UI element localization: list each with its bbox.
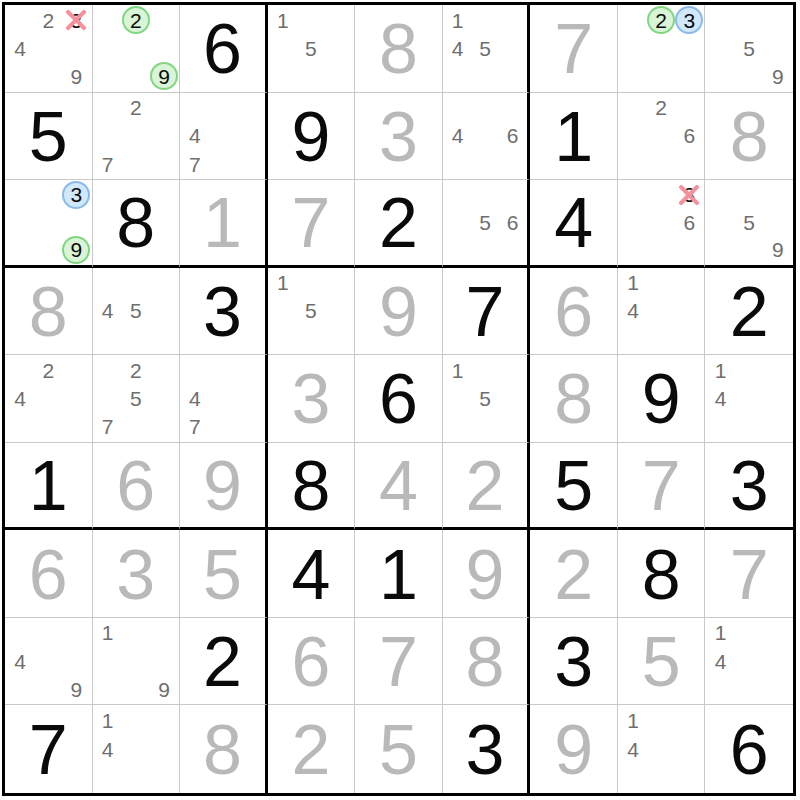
cell-r7c5[interactable]: 1 [355,530,443,618]
cell-value: 9 [554,715,593,785]
pencilmark-grid: 257 [93,355,180,442]
cell-r1c4[interactable]: 15 [268,5,356,93]
pencilmark-slot-1: 1 [269,6,297,34]
cell-value: 7 [29,715,68,785]
pencilmark-slot-4 [706,34,735,62]
cell-value: 2 [379,188,418,258]
pencilmark-slot-7 [444,413,472,441]
cell-r9c9[interactable]: 6 [705,705,793,793]
pencilmark-slot-8 [122,675,150,703]
pencilmark-slot-8 [122,413,150,441]
pencilmark-slot-5 [34,384,62,412]
cell-value: 1 [554,102,593,172]
pencilmark-slot-9 [236,150,264,178]
cell-value: 6 [29,540,68,610]
pencilmark-slot-5 [735,647,764,675]
pencilmark-grid: 47 [180,355,265,442]
pencilmark-slot-6 [763,384,792,412]
pencilmark-slot-4: 4 [706,647,735,675]
cell-r9c8[interactable]: 14 [618,705,706,793]
cell-r1c3[interactable]: 6 [180,5,268,93]
cell-r8c3[interactable]: 2 [180,618,268,706]
pencilmark-slot-6 [763,647,792,675]
sudoku-board: 2349296158145723595274793461268398172564… [2,2,796,796]
pencilmark-slot-1 [94,269,122,297]
cell-r3c5[interactable]: 2 [355,180,443,268]
cell-r5c2[interactable]: 257 [93,355,181,443]
pencilmark-slot-6 [150,384,178,412]
pencilmark-slot-1 [6,619,34,647]
cell-r9c7[interactable]: 9 [530,705,618,793]
pencilmark-slot-2 [647,706,675,735]
cell-r6c6[interactable]: 2 [443,443,531,531]
pencilmark-slot-3 [763,356,792,384]
cell-r8c2[interactable]: 19 [93,618,181,706]
cell-value: 7 [730,540,769,610]
candidate-1: 1 [277,272,289,293]
cell-value: 2 [730,277,769,347]
cell-r4c6[interactable]: 7 [443,268,531,356]
candidate-1: 1 [102,710,114,731]
cell-r7c9[interactable]: 7 [705,530,793,618]
cell-r5c3[interactable]: 47 [180,355,268,443]
cell-r2c8[interactable]: 26 [618,93,706,181]
cell-r3c4[interactable]: 7 [268,180,356,268]
pencilmark-grid: 59 [705,5,793,92]
pencilmark-slot-4 [269,34,297,62]
pencilmark-slot-8 [34,62,62,90]
cell-r5c9[interactable]: 14 [705,355,793,443]
cell-value: 1 [203,188,242,258]
pencilmark-slot-7 [619,763,647,792]
pencilmark-slot-1 [94,94,122,122]
cell-r1c6[interactable]: 145 [443,5,531,93]
pencilmark-grid: 29 [93,5,180,92]
pencilmark-slot-8 [122,62,150,90]
pencilmark-slot-7 [444,236,472,264]
cell-r4c1[interactable]: 8 [5,268,93,356]
pencilmark-slot-9 [675,150,703,178]
candidate-1: 1 [452,10,464,31]
cell-r1c7[interactable]: 7 [530,5,618,93]
pencilmark-slot-9 [763,675,792,703]
cell-value: 2 [203,627,242,697]
candidate-9: 9 [158,679,170,700]
cell-r7c8[interactable]: 8 [618,530,706,618]
cell-r7c2[interactable]: 3 [93,530,181,618]
pencilmark-slot-4: 4 [94,735,122,764]
pencilmark-slot-2 [209,356,237,384]
cell-r9c5[interactable]: 5 [355,705,443,793]
pencilmark-slot-7 [619,236,647,264]
pencilmark-slot-7: 7 [181,150,209,178]
pencilmark-grid: 26 [618,93,705,180]
cell-value: 8 [554,364,593,434]
candidate-4: 4 [452,38,464,59]
pencilmark-slot-1 [706,6,735,34]
pencilmark-slot-6 [62,34,90,62]
pencilmark-slot-8 [647,236,675,264]
pencilmark-slot-1 [181,356,209,384]
pencilmark-slot-5 [34,647,62,675]
cell-value: 7 [466,277,505,347]
cell-value: 6 [730,715,769,785]
cell-r4c9[interactable]: 2 [705,268,793,356]
cell-r2c1[interactable]: 5 [5,93,93,181]
pencilmark-slot-4 [444,209,472,237]
pencilmark-slot-6: 6 [675,209,703,237]
pencilmark-slot-3: 3 [62,6,90,34]
cell-r8c7[interactable]: 3 [530,618,618,706]
pencilmark-slot-5 [209,122,237,150]
candidate-5: 5 [305,38,317,59]
pencilmark-slot-6: 6 [499,209,527,237]
cell-value: 5 [203,540,242,610]
pencilmark-slot-2 [122,619,150,647]
pencilmark-slot-1: 1 [94,706,122,735]
pencilmark-slot-2: 2 [34,6,62,34]
pencilmark-grid: 14 [618,705,705,793]
cell-r6c9[interactable]: 3 [705,443,793,531]
pencilmark-slot-1 [444,94,472,122]
pencilmark-grid: 39 [5,180,92,265]
pencilmark-slot-2 [735,619,764,647]
cell-r3c6[interactable]: 56 [443,180,531,268]
candidate-1: 1 [102,622,114,643]
pencilmark-slot-3 [325,269,353,297]
candidate-2: 2 [42,360,54,381]
cell-value: 6 [554,277,593,347]
candidate-4: 4 [102,300,114,321]
pencilmark-slot-4 [706,209,735,237]
candidate-4: 4 [14,388,26,409]
pencilmark-slot-2 [297,6,325,34]
cell-value: 7 [642,451,681,521]
cell-r8c8[interactable]: 5 [618,618,706,706]
cell-r2c6[interactable]: 46 [443,93,531,181]
pencilmark-slot-4: 4 [619,735,647,764]
pencilmark-slot-9: 9 [150,62,178,90]
pencilmark-slot-6: 6 [675,122,703,150]
cell-value: 3 [379,102,418,172]
pencilmark-slot-1 [94,356,122,384]
pencilmark-slot-7: 7 [94,413,122,441]
pencilmark-slot-8 [471,62,499,90]
pencilmark-grid: 15 [268,268,355,355]
cell-r3c7[interactable]: 4 [530,180,618,268]
cell-r3c2[interactable]: 8 [93,180,181,268]
pencilmark-slot-8 [297,325,325,353]
cell-r4c3[interactable]: 3 [180,268,268,356]
pencilmark-slot-6 [236,122,264,150]
cell-value: 3 [466,715,505,785]
pencilmark-slot-8 [34,413,62,441]
cell-r2c9[interactable]: 8 [705,93,793,181]
pencilmark-slot-9 [499,150,527,178]
pencilmark-slot-1: 1 [619,706,647,735]
candidate-2: 2 [655,97,667,118]
pencilmark-slot-1 [444,181,472,209]
pencilmark-slot-1 [6,181,34,209]
cell-r5c8[interactable]: 9 [618,355,706,443]
cell-r8c1[interactable]: 49 [5,618,93,706]
pencilmark-slot-9 [325,325,353,353]
pencilmark-slot-5 [122,34,150,62]
candidate-5: 5 [743,212,755,233]
pencilmark-slot-8 [34,675,62,703]
pencilmark-slot-4 [619,122,647,150]
pencilmark-slot-2 [209,94,237,122]
pencilmark-slot-1 [181,94,209,122]
candidate-3: 3 [71,184,83,205]
cell-value: 7 [291,188,330,258]
pencilmark-slot-4 [94,384,122,412]
cell-r2c4[interactable]: 9 [268,93,356,181]
pencilmark-grid: 14 [705,355,793,442]
cell-r2c7[interactable]: 1 [530,93,618,181]
pencilmark-slot-1: 1 [706,356,735,384]
cell-r1c9[interactable]: 59 [705,5,793,93]
pencilmark-slot-2 [471,6,499,34]
pencilmark-slot-8 [209,413,237,441]
pencilmark-slot-4 [94,647,122,675]
pencilmark-grid: 145 [443,5,528,92]
pencilmark-slot-9 [325,62,353,90]
pencilmark-slot-2: 2 [647,6,675,34]
pencilmark-slot-7 [94,325,122,353]
pencilmark-grid: 56 [443,180,528,265]
candidate-4: 4 [715,651,727,672]
cell-value: 2 [466,451,505,521]
candidate-2: 2 [130,97,142,118]
cell-r9c1[interactable]: 7 [5,705,93,793]
pencilmark-slot-1 [6,356,34,384]
cell-value: 5 [379,715,418,785]
pencilmark-slot-2 [34,619,62,647]
cell-value: 9 [642,364,681,434]
pencilmark-slot-4 [619,209,647,237]
cell-r2c3[interactable]: 47 [180,93,268,181]
cell-r5c1[interactable]: 24 [5,355,93,443]
pencilmark-slot-8 [735,413,764,441]
cell-r8c5[interactable]: 7 [355,618,443,706]
pencilmark-slot-2 [735,6,764,34]
cell-r6c7[interactable]: 5 [530,443,618,531]
cell-r7c1[interactable]: 6 [5,530,93,618]
pencilmark-slot-7 [706,413,735,441]
cell-r1c5[interactable]: 8 [355,5,443,93]
pencilmark-slot-4: 4 [444,34,472,62]
pencilmark-slot-4: 4 [181,122,209,150]
cell-r5c5[interactable]: 6 [355,355,443,443]
cell-value: 1 [379,540,418,610]
pencilmark-slot-6 [62,384,90,412]
pencilmark-slot-3 [62,356,90,384]
pencilmark-slot-6 [675,735,703,764]
candidate-4: 4 [627,739,639,760]
cell-r3c3[interactable]: 1 [180,180,268,268]
cell-r9c4[interactable]: 2 [268,705,356,793]
cell-r4c7[interactable]: 6 [530,268,618,356]
pencilmark-slot-6 [499,34,527,62]
cell-r7c7[interactable]: 2 [530,530,618,618]
pencilmark-slot-5: 5 [122,297,150,325]
cell-r9c2[interactable]: 14 [93,705,181,793]
pencilmark-slot-4: 4 [94,297,122,325]
pencilmark-slot-8 [647,150,675,178]
pencilmark-slot-4: 4 [6,384,34,412]
pencilmark-slot-4 [444,384,472,412]
cell-r6c5[interactable]: 4 [355,443,443,531]
cell-value: 8 [379,14,418,84]
candidate-5: 5 [479,388,491,409]
cell-value: 3 [116,540,155,610]
candidate-7: 7 [102,154,114,175]
cell-r7c6[interactable]: 9 [443,530,531,618]
pencilmark-slot-8 [647,325,675,353]
pencilmark-slot-5: 5 [297,34,325,62]
cell-value: 3 [291,364,330,434]
pencilmark-slot-1 [619,181,647,209]
cell-r7c4[interactable]: 4 [268,530,356,618]
cell-r1c8[interactable]: 23 [618,5,706,93]
candidate-5: 5 [479,38,491,59]
pencilmark-slot-9 [675,236,703,264]
candidate-1: 1 [452,360,464,381]
pencilmark-slot-6 [150,122,178,150]
pencilmark-slot-7 [444,62,472,90]
pencilmark-slot-9 [150,413,178,441]
pencilmark-slot-6 [62,209,90,237]
candidate-7: 7 [189,154,201,175]
cell-r4c8[interactable]: 14 [618,268,706,356]
cell-r6c1[interactable]: 1 [5,443,93,531]
candidate-9: 9 [772,239,784,260]
cell-r8c4[interactable]: 6 [268,618,356,706]
pencilmark-grid: 23 [618,5,705,92]
pencilmark-slot-2: 2 [122,94,150,122]
pencilmark-slot-2 [647,269,675,297]
candidate-9: 9 [772,66,784,87]
cell-r6c2[interactable]: 6 [93,443,181,531]
cell-value: 2 [291,715,330,785]
candidate-5: 5 [130,388,142,409]
cell-value: 8 [116,188,155,258]
pencilmark-slot-7 [269,325,297,353]
cell-r8c9[interactable]: 14 [705,618,793,706]
pencilmark-slot-7 [706,236,735,264]
cell-r8c6[interactable]: 8 [443,618,531,706]
candidate-4: 4 [14,651,26,672]
pencilmark-slot-7 [94,675,122,703]
cell-r3c9[interactable]: 59 [705,180,793,268]
pencilmark-slot-7 [619,62,647,90]
pencilmark-slot-4 [94,34,122,62]
cell-value: 1 [29,451,68,521]
pencilmark-slot-4: 4 [6,647,34,675]
cell-r5c7[interactable]: 8 [530,355,618,443]
candidate-1: 1 [627,710,639,731]
pencilmark-slot-5: 5 [471,384,499,412]
pencilmark-slot-7 [444,150,472,178]
cell-value: 3 [203,277,242,347]
pencilmark-slot-6 [675,297,703,325]
pencilmark-slot-3 [325,6,353,34]
pencilmark-slot-6 [675,34,703,62]
pencilmark-slot-3 [499,181,527,209]
cell-r5c4[interactable]: 3 [268,355,356,443]
pencilmark-slot-6 [150,647,178,675]
pencilmark-slot-9 [499,62,527,90]
cell-r3c8[interactable]: 36 [618,180,706,268]
pencilmark-slot-3 [150,706,178,735]
candidate-9: 9 [158,66,170,87]
pencilmark-slot-9 [499,413,527,441]
pencilmark-slot-3 [763,181,792,209]
candidate-2: 2 [42,10,54,31]
pencilmark-slot-6 [150,735,178,764]
cell-r4c5[interactable]: 9 [355,268,443,356]
pencilmark-slot-7 [6,236,34,264]
pencilmark-slot-8 [209,150,237,178]
pencilmark-slot-3 [150,94,178,122]
pencilmark-grid: 36 [618,180,705,265]
pencilmark-slot-1 [619,94,647,122]
cell-r6c8[interactable]: 7 [618,443,706,531]
cell-r3c1[interactable]: 39 [5,180,93,268]
pencilmark-slot-1 [706,181,735,209]
cell-r1c1[interactable]: 2349 [5,5,93,93]
pencilmark-grid: 2349 [5,5,92,92]
pencilmark-slot-9 [150,763,178,792]
pencilmark-slot-3: 3 [675,6,703,34]
cell-r1c2[interactable]: 29 [93,5,181,93]
pencilmark-slot-1: 1 [444,356,472,384]
cell-r6c3[interactable]: 9 [180,443,268,531]
pencilmark-slot-4 [269,297,297,325]
cell-r5c6[interactable]: 15 [443,355,531,443]
pencilmark-slot-6 [150,297,178,325]
cell-value: 8 [203,715,242,785]
cell-r2c5[interactable]: 3 [355,93,443,181]
pencilmark-slot-7 [6,413,34,441]
cell-r2c2[interactable]: 27 [93,93,181,181]
candidate-5: 5 [743,38,755,59]
pencilmark-slot-6 [763,34,792,62]
pencilmark-slot-9 [236,413,264,441]
pencilmark-slot-8 [735,236,764,264]
pencilmark-slot-5: 5 [297,297,325,325]
cell-r4c2[interactable]: 45 [93,268,181,356]
cell-r7c3[interactable]: 5 [180,530,268,618]
cell-r4c4[interactable]: 15 [268,268,356,356]
pencilmark-slot-9 [150,150,178,178]
candidate-3: 3 [684,10,696,31]
cell-r6c4[interactable]: 8 [268,443,356,531]
pencilmark-slot-8 [122,763,150,792]
pencilmark-slot-1: 1 [444,6,472,34]
pencilmark-slot-9 [62,413,90,441]
pencilmark-grid: 24 [5,355,92,442]
pencilmark-slot-6 [763,209,792,237]
cell-r9c3[interactable]: 8 [180,705,268,793]
pencilmark-slot-3: 3 [675,181,703,209]
pencilmark-slot-5 [647,297,675,325]
cell-value: 8 [730,102,769,172]
cell-value: 6 [291,627,330,697]
pencilmark-grid: 59 [705,180,793,265]
cell-r9c6[interactable]: 3 [443,705,531,793]
